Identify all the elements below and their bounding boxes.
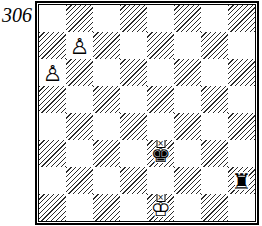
piece-white-pawn-b7: ♙ [67, 33, 93, 59]
square-e6 [147, 59, 174, 86]
square-e1: ♔ [147, 194, 174, 221]
square-g4 [201, 113, 228, 140]
square-f7 [174, 32, 201, 59]
square-e7 [147, 32, 174, 59]
chess-board: ♙♙♚♜♔ [39, 5, 255, 221]
square-b4 [66, 113, 93, 140]
square-b2 [66, 167, 93, 194]
square-f4 [174, 113, 201, 140]
black-rook-icon: ♜ [232, 171, 252, 193]
piece-black-rook-h2: ♜ [229, 168, 255, 194]
square-b8 [66, 5, 93, 32]
square-h3 [228, 140, 255, 167]
square-a1 [39, 194, 66, 221]
white-pawn-icon: ♙ [70, 36, 90, 58]
square-b7: ♙ [66, 32, 93, 59]
square-f8 [174, 5, 201, 32]
square-h2: ♜ [228, 167, 255, 194]
square-d1 [120, 194, 147, 221]
square-e5 [147, 86, 174, 113]
diagram-number: 306 [0, 4, 34, 27]
chess-diagram-page: 306 ♙♙♚♜♔ [0, 0, 262, 226]
square-a3 [39, 140, 66, 167]
chess-board-inner-border: ♙♙♚♜♔ [38, 4, 256, 222]
square-f1 [174, 194, 201, 221]
square-h8 [228, 5, 255, 32]
white-pawn-icon: ♙ [43, 63, 63, 85]
piece-white-pawn-a6: ♙ [40, 60, 66, 86]
square-c4 [93, 113, 120, 140]
square-f2 [174, 167, 201, 194]
square-b1 [66, 194, 93, 221]
square-c8 [93, 5, 120, 32]
square-e2 [147, 167, 174, 194]
square-f6 [174, 59, 201, 86]
square-e3: ♚ [147, 140, 174, 167]
square-b6 [66, 59, 93, 86]
square-a7 [39, 32, 66, 59]
white-king-icon: ♔ [151, 198, 171, 220]
square-d3 [120, 140, 147, 167]
square-d4 [120, 113, 147, 140]
chess-board-frame: ♙♙♚♜♔ [35, 1, 259, 225]
square-b5 [66, 86, 93, 113]
square-a4 [39, 113, 66, 140]
square-c2 [93, 167, 120, 194]
square-h1 [228, 194, 255, 221]
square-h6 [228, 59, 255, 86]
square-c6 [93, 59, 120, 86]
square-h5 [228, 86, 255, 113]
square-d5 [120, 86, 147, 113]
piece-black-king-e3: ♚ [148, 141, 174, 167]
square-g3 [201, 140, 228, 167]
square-g1 [201, 194, 228, 221]
square-c3 [93, 140, 120, 167]
square-g8 [201, 5, 228, 32]
black-king-icon: ♚ [151, 144, 171, 166]
square-g5 [201, 86, 228, 113]
piece-white-king-e1: ♔ [148, 195, 174, 221]
square-g2 [201, 167, 228, 194]
square-e4 [147, 113, 174, 140]
square-e8 [147, 5, 174, 32]
square-a6: ♙ [39, 59, 66, 86]
square-g6 [201, 59, 228, 86]
square-a2 [39, 167, 66, 194]
square-b3 [66, 140, 93, 167]
square-f3 [174, 140, 201, 167]
square-h4 [228, 113, 255, 140]
square-g7 [201, 32, 228, 59]
square-f5 [174, 86, 201, 113]
square-d8 [120, 5, 147, 32]
square-c7 [93, 32, 120, 59]
square-a5 [39, 86, 66, 113]
square-c1 [93, 194, 120, 221]
square-a8 [39, 5, 66, 32]
square-d7 [120, 32, 147, 59]
square-d6 [120, 59, 147, 86]
square-d2 [120, 167, 147, 194]
square-c5 [93, 86, 120, 113]
square-h7 [228, 32, 255, 59]
